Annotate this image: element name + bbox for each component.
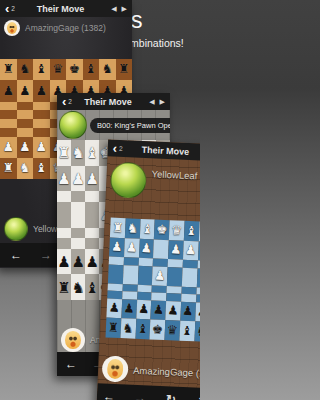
white-bishop-piece: ♝ bbox=[36, 162, 47, 175]
board-square[interactable]: ♝ bbox=[33, 158, 50, 179]
white-pawn-piece: ♟ bbox=[86, 171, 99, 186]
black-rook-piece: ♜ bbox=[107, 321, 119, 334]
avatar[interactable] bbox=[4, 217, 28, 241]
board-square[interactable]: ♞ bbox=[17, 158, 34, 179]
white-pawn-piece: ♟ bbox=[36, 141, 47, 154]
board-square[interactable]: ♜ bbox=[57, 140, 71, 166]
black-bishop-piece: ♝ bbox=[137, 323, 149, 336]
black-bishop-piece: ♝ bbox=[85, 63, 96, 76]
black-queen-piece: ♛ bbox=[52, 63, 63, 76]
forward-arrow-button[interactable]: → bbox=[38, 249, 54, 261]
white-pawn-piece: ♟ bbox=[71, 171, 84, 186]
board-square[interactable]: ♟ bbox=[197, 241, 200, 261]
board-square[interactable]: ♟ bbox=[106, 298, 122, 318]
board-square[interactable]: ♜ bbox=[110, 218, 126, 238]
white-pawn-piece: ♟ bbox=[140, 242, 152, 255]
spacer bbox=[0, 39, 132, 59]
board-square[interactable] bbox=[196, 268, 200, 288]
board-square[interactable] bbox=[85, 228, 99, 239]
board-square[interactable] bbox=[71, 228, 85, 239]
black-king-piece: ♚ bbox=[152, 323, 164, 336]
board-square[interactable]: ♟ bbox=[139, 239, 155, 259]
player-name: AmazingGage (1382) bbox=[25, 23, 106, 33]
board-square[interactable]: ♛ bbox=[169, 220, 185, 240]
white-pawn-piece: ♟ bbox=[170, 243, 182, 256]
flip-board-button[interactable]: ↻ bbox=[163, 393, 180, 400]
board-square[interactable]: ♝ bbox=[85, 274, 99, 300]
board-square[interactable] bbox=[17, 119, 34, 128]
board-square[interactable]: ♟ bbox=[152, 266, 168, 286]
board-square[interactable] bbox=[182, 267, 198, 287]
board-square[interactable] bbox=[85, 191, 99, 202]
board-square[interactable] bbox=[33, 102, 50, 111]
board-square[interactable]: ♟ bbox=[165, 301, 181, 321]
board-square[interactable]: ♞ bbox=[99, 59, 116, 80]
board-square[interactable]: ♟ bbox=[180, 301, 196, 321]
black-pawn-piece: ♟ bbox=[182, 305, 194, 318]
white-knight-piece: ♞ bbox=[19, 162, 30, 175]
board-square[interactable]: ♟ bbox=[183, 240, 199, 260]
board-square[interactable]: ♛ bbox=[50, 59, 67, 80]
board-square[interactable] bbox=[71, 202, 85, 228]
avatar[interactable] bbox=[59, 111, 87, 139]
board-square[interactable]: ♚ bbox=[154, 220, 170, 240]
black-pawn-piece: ♟ bbox=[19, 85, 30, 98]
white-rook-piece: ♜ bbox=[3, 162, 14, 175]
board-square[interactable]: ♞ bbox=[120, 318, 136, 338]
board-square[interactable]: ♟ bbox=[168, 240, 184, 260]
white-rook-piece: ♜ bbox=[57, 145, 70, 160]
board-square[interactable] bbox=[123, 265, 139, 285]
player-name: YellowLeaf (1114) bbox=[151, 168, 200, 182]
avatar-face bbox=[65, 331, 80, 349]
board-square[interactable]: ♞ bbox=[194, 322, 200, 342]
avatar[interactable] bbox=[110, 162, 148, 200]
white-pawn-piece: ♟ bbox=[19, 141, 30, 154]
white-knight-piece: ♞ bbox=[71, 145, 84, 160]
board-square[interactable] bbox=[0, 102, 17, 111]
board-square[interactable]: ♞ bbox=[71, 140, 85, 166]
app-topbar: ‹ 2 Their Move ◀ ▶ bbox=[0, 0, 132, 17]
board-square[interactable] bbox=[57, 191, 71, 202]
board-square[interactable] bbox=[71, 238, 85, 249]
board-square[interactable]: ♟ bbox=[71, 249, 85, 275]
board-square[interactable] bbox=[57, 238, 71, 249]
chess-board: ♜♞♝♚♛♝♞♜♟♟♟♟♟♟♟♟♟♟♟♟♟♟♟♟♜♞♝♚♛♝♞♜ bbox=[106, 218, 200, 343]
board-square[interactable]: ♟ bbox=[57, 166, 71, 192]
theme-screenshot-card-blue: ‹ 2 Their Move ◀ ▶ YellowLeaf (1114) ♜♞♝… bbox=[96, 139, 200, 400]
forward-arrow-button[interactable]: → bbox=[132, 392, 149, 400]
prev-game-icon[interactable]: ◀ bbox=[149, 98, 154, 105]
avatar[interactable] bbox=[102, 355, 129, 382]
black-pawn-piece: ♟ bbox=[138, 303, 150, 316]
board-square[interactable] bbox=[0, 110, 17, 119]
black-pawn-piece: ♟ bbox=[71, 254, 84, 269]
back-icon[interactable]: ‹ bbox=[113, 142, 118, 155]
board-square[interactable] bbox=[0, 119, 17, 128]
white-bishop-piece: ♝ bbox=[86, 145, 99, 160]
black-queen-piece: ♛ bbox=[166, 324, 178, 337]
white-rook-piece: ♜ bbox=[112, 221, 124, 234]
black-knight-piece: ♞ bbox=[71, 280, 84, 295]
black-rook-piece: ♜ bbox=[118, 63, 129, 76]
board-square[interactable] bbox=[108, 264, 124, 284]
back-arrow-button[interactable]: ← bbox=[8, 249, 24, 261]
board-square[interactable]: ♟ bbox=[85, 166, 99, 192]
board-square[interactable]: ♞ bbox=[198, 221, 200, 241]
avatar-face bbox=[7, 22, 17, 34]
board-square[interactable]: ♟ bbox=[124, 238, 140, 258]
board-square[interactable]: ♟ bbox=[17, 137, 34, 158]
board-square[interactable]: ♝ bbox=[184, 221, 200, 241]
board-square[interactable]: ♟ bbox=[85, 249, 99, 275]
board-square[interactable] bbox=[85, 202, 99, 228]
back-icon[interactable]: ‹ bbox=[62, 95, 66, 108]
prev-game-icon[interactable]: ◀ bbox=[111, 5, 116, 12]
board-square[interactable]: ♝ bbox=[139, 219, 155, 239]
turn-status-title: Their Move bbox=[15, 4, 106, 14]
opening-name-chip: B00: King's Pawn Opening bbox=[90, 118, 170, 133]
black-rook-piece: ♜ bbox=[3, 63, 14, 76]
white-pawn-piece: ♟ bbox=[185, 244, 197, 257]
black-pawn-piece: ♟ bbox=[57, 254, 70, 269]
white-queen-piece: ♛ bbox=[171, 224, 183, 237]
black-bishop-piece: ♝ bbox=[181, 325, 193, 338]
black-pawn-piece: ♟ bbox=[197, 306, 200, 319]
black-king-piece: ♚ bbox=[69, 63, 80, 76]
board-square[interactable]: ♟ bbox=[0, 80, 17, 101]
white-knight-piece: ♞ bbox=[127, 222, 139, 235]
board-square[interactable] bbox=[57, 228, 71, 239]
board-square[interactable] bbox=[33, 128, 50, 137]
player-name: AmazingGage (13 bbox=[133, 364, 200, 378]
board-square[interactable]: ♟ bbox=[71, 166, 85, 192]
app-topbar: ‹ 2 Their Move ◀ ▶ bbox=[57, 93, 170, 110]
turn-status-title: Their Move bbox=[123, 144, 200, 158]
board-square[interactable]: ♟ bbox=[151, 300, 167, 320]
opponent-row: YellowLeaf (1114) bbox=[105, 156, 200, 214]
board-square[interactable]: ♟ bbox=[121, 299, 137, 319]
white-pawn-piece: ♟ bbox=[111, 241, 123, 254]
white-pawn-piece: ♟ bbox=[126, 242, 138, 255]
black-pawn-piece: ♟ bbox=[167, 304, 179, 317]
black-pawn-piece: ♟ bbox=[36, 85, 47, 98]
board-square[interactable]: ♟ bbox=[17, 80, 34, 101]
board-square[interactable]: ♟ bbox=[136, 299, 152, 319]
board-square[interactable]: ♟ bbox=[0, 137, 17, 158]
board-square[interactable]: ♜ bbox=[116, 59, 133, 80]
next-game-icon[interactable]: ▶ bbox=[160, 98, 165, 105]
themes-promo-page: { "header": { "title": "Themes", "subtit… bbox=[0, 0, 200, 400]
black-pawn-piece: ♟ bbox=[86, 254, 99, 269]
board-square[interactable] bbox=[17, 102, 34, 111]
back-icon[interactable]: ‹ bbox=[5, 2, 9, 15]
back-arrow-button[interactable]: ← bbox=[101, 390, 118, 400]
black-knight-piece: ♞ bbox=[122, 322, 134, 335]
board-square[interactable]: ♟ bbox=[195, 302, 200, 322]
board-square[interactable]: ♞ bbox=[125, 218, 141, 238]
avatar[interactable] bbox=[4, 20, 20, 36]
board-square[interactable] bbox=[33, 119, 50, 128]
board-square[interactable]: ♜ bbox=[57, 274, 71, 300]
board-square[interactable]: ♝ bbox=[135, 319, 151, 339]
black-pawn-piece: ♟ bbox=[153, 304, 165, 317]
board-square[interactable]: ♟ bbox=[33, 137, 50, 158]
black-knight-piece: ♞ bbox=[19, 63, 30, 76]
board-square[interactable]: ♚ bbox=[150, 320, 166, 340]
board-square[interactable] bbox=[33, 110, 50, 119]
close-button[interactable]: × bbox=[194, 394, 200, 400]
black-pawn-piece: ♟ bbox=[108, 302, 120, 315]
board-square[interactable]: ♞ bbox=[71, 274, 85, 300]
board-square[interactable]: ♜ bbox=[106, 318, 122, 338]
black-knight-piece: ♞ bbox=[196, 325, 200, 338]
board-square[interactable]: ♟ bbox=[109, 237, 125, 257]
black-bishop-piece: ♝ bbox=[86, 280, 99, 295]
board-square[interactable] bbox=[167, 267, 183, 287]
board-square[interactable]: ♜ bbox=[0, 59, 17, 80]
opening-row: B00: King's Pawn Opening bbox=[57, 110, 170, 140]
avatar-face bbox=[106, 359, 123, 379]
board-square[interactable]: ♝ bbox=[33, 59, 50, 80]
black-rook-piece: ♜ bbox=[57, 280, 70, 295]
board-square[interactable]: ♝ bbox=[83, 59, 100, 80]
black-bishop-piece: ♝ bbox=[36, 63, 47, 76]
board-square[interactable] bbox=[71, 191, 85, 202]
board-square[interactable] bbox=[137, 265, 153, 285]
board-square[interactable]: ♚ bbox=[66, 59, 83, 80]
board-square[interactable]: ♟ bbox=[33, 80, 50, 101]
board-square[interactable]: ♝ bbox=[85, 140, 99, 166]
board-square[interactable]: ♜ bbox=[0, 158, 17, 179]
board-square[interactable] bbox=[85, 238, 99, 249]
board-square[interactable]: ♛ bbox=[164, 320, 180, 340]
board-square[interactable]: ♝ bbox=[179, 321, 195, 341]
avatar[interactable] bbox=[61, 328, 85, 352]
board-square[interactable] bbox=[0, 128, 17, 137]
board-square[interactable]: ♞ bbox=[17, 59, 34, 80]
white-pawn-piece: ♟ bbox=[57, 171, 70, 186]
board-square[interactable] bbox=[153, 239, 169, 259]
black-pawn-piece: ♟ bbox=[123, 302, 135, 315]
white-king-piece: ♚ bbox=[156, 223, 168, 236]
board-square[interactable] bbox=[57, 202, 71, 228]
white-bishop-piece: ♝ bbox=[141, 223, 153, 236]
white-pawn-piece: ♟ bbox=[154, 270, 166, 283]
board-square[interactable] bbox=[17, 110, 34, 119]
black-knight-piece: ♞ bbox=[102, 63, 113, 76]
board-square[interactable]: ♟ bbox=[57, 249, 71, 275]
board-square[interactable] bbox=[17, 128, 34, 137]
white-bishop-piece: ♝ bbox=[186, 224, 198, 237]
black-pawn-piece: ♟ bbox=[3, 85, 14, 98]
white-pawn-piece: ♟ bbox=[199, 245, 200, 258]
next-game-icon[interactable]: ▶ bbox=[122, 5, 127, 12]
opponent-row: AmazingGage (1382) bbox=[0, 17, 132, 39]
back-arrow-button[interactable]: ← bbox=[63, 358, 79, 370]
turn-status-title: Their Move bbox=[72, 97, 144, 107]
white-pawn-piece: ♟ bbox=[3, 141, 14, 154]
